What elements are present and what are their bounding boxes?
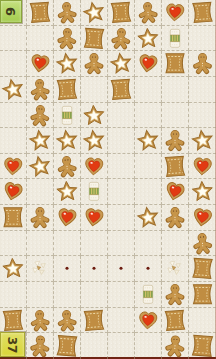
cell-r3c5[interactable] xyxy=(135,77,162,103)
star-cookie-piece[interactable] xyxy=(80,0,108,26)
cell-r0c7[interactable] xyxy=(189,0,216,26)
cell-r5c4[interactable] xyxy=(108,128,135,154)
cell-r13c4[interactable] xyxy=(108,333,135,359)
cell-r9c5[interactable] xyxy=(135,231,162,257)
cell-r0c1[interactable] xyxy=(27,0,54,26)
crumb-dot-piece xyxy=(81,256,107,281)
cell-r6c4[interactable] xyxy=(108,154,135,180)
white-candy-piece[interactable] xyxy=(162,26,188,51)
cell-r13c5[interactable] xyxy=(135,333,162,359)
cell-r8c2[interactable] xyxy=(54,205,81,231)
cell-r2c0[interactable] xyxy=(0,51,27,77)
cell-r13c6[interactable] xyxy=(162,333,189,359)
bowtie-cookie-piece[interactable] xyxy=(53,76,81,102)
cell-r7c2[interactable] xyxy=(54,179,81,205)
cell-r5c6[interactable] xyxy=(162,128,189,154)
heart-cookie-piece[interactable] xyxy=(54,205,80,230)
cell-r1c5[interactable] xyxy=(135,26,162,52)
cell-r6c7[interactable] xyxy=(189,154,216,180)
cell-r12c1[interactable] xyxy=(27,308,54,334)
heart-cookie-piece[interactable] xyxy=(81,205,107,230)
cell-r13c7[interactable] xyxy=(189,333,216,359)
gingerbread-man-piece[interactable] xyxy=(162,282,188,307)
gingerbread-man-piece[interactable] xyxy=(53,25,81,51)
star-cookie-piece[interactable] xyxy=(135,128,161,153)
cell-r4c4[interactable] xyxy=(108,103,135,129)
cell-r10c6[interactable] xyxy=(162,256,189,282)
cell-r8c6[interactable] xyxy=(162,205,189,231)
bowtie-cookie-piece[interactable] xyxy=(0,205,26,230)
cell-r3c0[interactable] xyxy=(0,77,27,103)
cell-r5c1[interactable] xyxy=(27,128,54,154)
cell-r1c4[interactable] xyxy=(108,26,135,52)
star-cookie-piece[interactable] xyxy=(81,128,107,153)
cell-r6c5[interactable] xyxy=(135,154,162,180)
gingerbread-man-piece[interactable] xyxy=(26,102,54,128)
gingerbread-man-piece[interactable] xyxy=(53,307,81,333)
cell-r7c7[interactable] xyxy=(189,179,216,205)
cell-r6c0[interactable] xyxy=(0,154,27,180)
cell-r3c3[interactable] xyxy=(81,77,108,103)
cell-r0c6[interactable] xyxy=(162,0,189,26)
cell-r5c5[interactable] xyxy=(135,128,162,154)
cell-r5c3[interactable] xyxy=(81,128,108,154)
bowtie-cookie-piece[interactable] xyxy=(80,25,108,51)
cell-r5c2[interactable] xyxy=(54,128,81,154)
score-badge: 37 xyxy=(0,332,25,357)
gingerbread-man-piece[interactable] xyxy=(27,205,53,230)
cell-r3c1[interactable] xyxy=(27,77,54,103)
heart-cookie-piece[interactable] xyxy=(188,153,216,179)
cell-r7c3[interactable] xyxy=(81,179,108,205)
cell-r8c7[interactable] xyxy=(189,205,216,231)
cell-r7c1[interactable] xyxy=(27,179,54,205)
heart-cookie-piece[interactable] xyxy=(135,51,161,76)
cell-r7c0[interactable] xyxy=(0,179,27,205)
cell-r7c4[interactable] xyxy=(108,179,135,205)
cell-r9c4[interactable] xyxy=(108,231,135,257)
star-cookie-piece[interactable] xyxy=(0,256,27,282)
crumb-dot-piece xyxy=(54,256,80,281)
bowtie-cookie-piece[interactable] xyxy=(189,282,216,307)
cell-r2c3[interactable] xyxy=(81,51,108,77)
gingerbread-man-piece[interactable] xyxy=(161,332,189,359)
cell-r10c3[interactable] xyxy=(81,256,108,282)
star-cookie-piece[interactable] xyxy=(54,128,80,153)
score-value: 37 xyxy=(6,336,18,353)
bowtie-cookie-piece[interactable] xyxy=(188,0,216,26)
cell-r0c4[interactable] xyxy=(108,0,135,26)
cell-r11c1[interactable] xyxy=(27,282,54,308)
star-cookie-piece[interactable] xyxy=(54,51,80,76)
cell-r8c1[interactable] xyxy=(27,205,54,231)
cell-r13c1[interactable] xyxy=(27,333,54,359)
star-cookie-piece[interactable] xyxy=(27,128,53,153)
cell-r11c2[interactable] xyxy=(54,282,81,308)
cell-r1c2[interactable] xyxy=(54,26,81,52)
cell-r5c7[interactable] xyxy=(189,128,216,154)
cell-r7c6[interactable] xyxy=(162,179,189,205)
cell-r2c2[interactable] xyxy=(54,51,81,77)
cell-r13c2[interactable] xyxy=(54,333,81,359)
cell-r13c3[interactable] xyxy=(81,333,108,359)
cell-r4c7[interactable] xyxy=(189,103,216,129)
bowtie-cookie-piece[interactable] xyxy=(0,307,27,333)
cell-r11c4[interactable] xyxy=(108,282,135,308)
star-cookie-piece[interactable] xyxy=(134,25,162,51)
cell-r1c3[interactable] xyxy=(81,26,108,52)
cell-r0c2[interactable] xyxy=(54,0,81,26)
white-candy-piece[interactable] xyxy=(54,103,80,128)
star-cookie-piece[interactable] xyxy=(26,153,54,179)
cell-r4c3[interactable] xyxy=(81,103,108,129)
bowtie-cookie-piece[interactable] xyxy=(107,0,135,26)
cell-r9c3[interactable] xyxy=(81,231,108,257)
star-cookie-piece[interactable] xyxy=(188,179,216,205)
cell-r2c1[interactable] xyxy=(27,51,54,77)
gingerbread-man-piece[interactable] xyxy=(81,51,107,76)
bowtie-cookie-piece[interactable] xyxy=(26,0,54,26)
cell-r8c4[interactable] xyxy=(108,205,135,231)
star-cookie-piece[interactable] xyxy=(108,51,134,76)
cell-r10c5[interactable] xyxy=(135,256,162,282)
star-cookie-piece[interactable] xyxy=(80,102,108,128)
cell-r11c3[interactable] xyxy=(81,282,108,308)
heart-cookie-piece[interactable] xyxy=(0,153,27,179)
star-cookie-piece[interactable] xyxy=(189,128,216,153)
gingerbread-man-piece[interactable] xyxy=(189,51,216,76)
bowtie-cookie-piece[interactable] xyxy=(161,307,189,333)
cell-r9c6[interactable] xyxy=(162,231,189,257)
cell-r12c6[interactable] xyxy=(162,308,189,334)
cell-r10c0[interactable] xyxy=(0,256,27,282)
cell-r9c1[interactable] xyxy=(27,231,54,257)
heart-cookie-piece[interactable] xyxy=(134,307,162,333)
cell-r8c0[interactable] xyxy=(0,205,27,231)
heart-cookie-piece[interactable] xyxy=(0,179,27,205)
cell-r9c2[interactable] xyxy=(54,231,81,257)
cell-r12c2[interactable] xyxy=(54,308,81,334)
cell-r6c3[interactable] xyxy=(81,154,108,180)
cell-r1c1[interactable] xyxy=(27,26,54,52)
bowtie-cookie-piece[interactable] xyxy=(162,51,188,76)
crumb-dot-piece xyxy=(135,256,161,281)
cell-r11c6[interactable] xyxy=(162,282,189,308)
cell-r4c0[interactable] xyxy=(0,103,27,129)
bowtie-cookie-piece[interactable] xyxy=(188,332,216,359)
cell-r2c4[interactable] xyxy=(108,51,135,77)
cell-r11c0[interactable] xyxy=(0,282,27,308)
cell-r6c2[interactable] xyxy=(54,154,81,180)
bowtie-cookie-piece[interactable] xyxy=(53,332,81,359)
game-board[interactable] xyxy=(0,0,216,359)
moves-count: 6 xyxy=(4,7,17,16)
cell-r10c2[interactable] xyxy=(54,256,81,282)
cell-r12c5[interactable] xyxy=(135,308,162,334)
gingerbread-man-piece[interactable] xyxy=(162,128,188,153)
bowtie-cookie-piece[interactable] xyxy=(80,307,108,333)
cell-r1c6[interactable] xyxy=(162,26,189,52)
cell-r3c4[interactable] xyxy=(108,77,135,103)
cell-r8c3[interactable] xyxy=(81,205,108,231)
gingerbread-man-piece[interactable] xyxy=(162,205,188,230)
cell-r1c7[interactable] xyxy=(189,26,216,52)
cookie-crumbs-piece xyxy=(162,256,188,281)
cell-r3c2[interactable] xyxy=(54,77,81,103)
gingerbread-man-piece[interactable] xyxy=(26,332,54,359)
heart-cookie-piece[interactable] xyxy=(189,205,216,230)
cell-r3c6[interactable] xyxy=(162,77,189,103)
cell-r4c6[interactable] xyxy=(162,103,189,129)
moves-badge: 6 xyxy=(0,0,22,23)
cell-r3c7[interactable] xyxy=(189,77,216,103)
cell-r10c4[interactable] xyxy=(108,256,135,282)
bowtie-cookie-piece[interactable] xyxy=(107,76,135,102)
cell-r2c6[interactable] xyxy=(162,51,189,77)
cell-r10c7[interactable] xyxy=(189,256,216,282)
cell-r5c0[interactable] xyxy=(0,128,27,154)
gingerbread-man-piece[interactable] xyxy=(26,76,54,102)
game-screen: 6 37 xyxy=(0,0,216,359)
cell-r0c5[interactable] xyxy=(135,0,162,26)
cell-r7c5[interactable] xyxy=(135,179,162,205)
cell-r8c5[interactable] xyxy=(135,205,162,231)
cell-r2c7[interactable] xyxy=(189,51,216,77)
heart-cookie-piece[interactable] xyxy=(27,51,53,76)
star-cookie-piece[interactable] xyxy=(53,179,81,205)
cookie-crumbs-piece xyxy=(27,256,53,281)
cell-r0c3[interactable] xyxy=(81,0,108,26)
cell-r12c4[interactable] xyxy=(108,308,135,334)
heart-cookie-piece[interactable] xyxy=(161,0,189,26)
bowtie-cookie-piece[interactable] xyxy=(188,256,216,282)
white-candy-piece[interactable] xyxy=(135,282,161,307)
white-candy-piece[interactable] xyxy=(81,179,107,204)
cell-r4c2[interactable] xyxy=(54,103,81,129)
cell-r12c0[interactable] xyxy=(0,308,27,334)
cell-r12c3[interactable] xyxy=(81,308,108,334)
cell-r6c6[interactable] xyxy=(162,154,189,180)
cell-r1c0[interactable] xyxy=(0,26,27,52)
star-cookie-piece[interactable] xyxy=(0,76,27,102)
gingerbread-man-piece[interactable] xyxy=(134,0,162,26)
gingerbread-man-piece[interactable] xyxy=(26,307,54,333)
star-cookie-piece[interactable] xyxy=(135,205,161,230)
heart-cookie-piece[interactable] xyxy=(161,179,189,205)
heart-cookie-piece[interactable] xyxy=(80,153,108,179)
cell-r4c1[interactable] xyxy=(27,103,54,129)
gingerbread-man-piece[interactable] xyxy=(53,0,81,26)
cell-r4c5[interactable] xyxy=(135,103,162,129)
cell-r11c7[interactable] xyxy=(189,282,216,308)
cell-r11c5[interactable] xyxy=(135,282,162,308)
crumb-dot-piece xyxy=(108,256,134,281)
cell-r10c1[interactable] xyxy=(27,256,54,282)
gingerbread-man-piece[interactable] xyxy=(107,25,135,51)
gingerbread-man-piece[interactable] xyxy=(53,153,81,179)
cell-r12c7[interactable] xyxy=(189,308,216,334)
cell-r2c5[interactable] xyxy=(135,51,162,77)
cell-r9c0[interactable] xyxy=(0,231,27,257)
cell-r6c1[interactable] xyxy=(27,154,54,180)
cell-r9c7[interactable] xyxy=(189,231,216,257)
bowtie-cookie-piece[interactable] xyxy=(161,153,189,179)
gingerbread-man-piece[interactable] xyxy=(188,230,216,256)
